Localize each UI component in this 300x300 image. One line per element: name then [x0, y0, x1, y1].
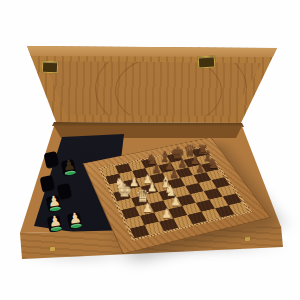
square-h5[interactable] — [206, 170, 224, 181]
piece-black-pawn[interactable]: ♟ — [195, 162, 205, 173]
tray-piece-white-pawn[interactable]: ♟ — [67, 205, 84, 229]
piece-white-pawn[interactable]: ♟ — [142, 202, 153, 214]
brass-clasp-right-icon — [198, 55, 216, 68]
brass-latch-pin-right-icon — [245, 237, 250, 241]
tray-piece-black-pawn[interactable]: ♟ — [61, 152, 78, 176]
square-h1[interactable] — [229, 202, 249, 214]
piece-white-pawn[interactable]: ♟ — [161, 208, 172, 220]
brass-clasp-left-icon — [42, 61, 59, 74]
tray-piece-white-pawn[interactable]: ♟ — [47, 208, 64, 232]
lid-top-edge — [20, 44, 282, 57]
square-b3[interactable]: ♟ — [135, 204, 154, 216]
square-a5[interactable]: ♚ — [113, 190, 131, 202]
piece-black-knight[interactable]: ♞ — [206, 157, 218, 171]
piece-white-king[interactable]: ♚ — [116, 182, 132, 200]
chess-set-photo: ♟♟♟♟ ♞♝♚♛♜♟♟♟♟♝♞♟♟♟♟♞♚♟♝♛♞♟♟♟ — [0, 0, 300, 300]
board-grid: ♞♝♚♛♜♟♟♟♟♝♞♟♟♟♟♞♚♟♝♛♞♟♟♟ — [102, 148, 248, 239]
brass-latch-pin-left-icon — [50, 247, 55, 251]
